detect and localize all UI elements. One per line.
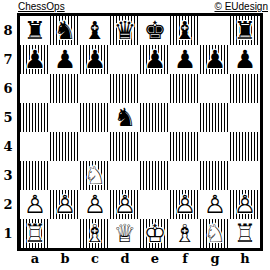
black-pawn-b7[interactable]: ♟ (50, 45, 80, 74)
file-label-e: e (140, 251, 170, 266)
square-f1[interactable]: ♝♗ (170, 219, 200, 248)
square-b8[interactable]: ♞ (50, 16, 80, 45)
square-d2[interactable]: ♟♙ (110, 190, 140, 219)
rank-label-6: 6 (0, 74, 16, 103)
square-e4[interactable] (140, 132, 170, 161)
square-f6[interactable] (170, 74, 200, 103)
square-g5[interactable] (200, 103, 230, 132)
file-label-a: a (20, 251, 50, 266)
square-a2[interactable]: ♟♙ (20, 190, 50, 219)
square-c8[interactable]: ♝ (80, 16, 110, 45)
square-e6[interactable] (140, 74, 170, 103)
square-a4[interactable] (20, 132, 50, 161)
black-pawn-g7[interactable]: ♟ (200, 45, 230, 74)
white-queen-d1[interactable]: ♛♕ (110, 219, 140, 248)
black-bishop-c8[interactable]: ♝ (80, 16, 110, 45)
square-f4[interactable] (170, 132, 200, 161)
file-label-f: f (170, 251, 200, 266)
white-pawn-f2[interactable]: ♟♙ (170, 190, 200, 219)
white-piece-outline: ♖ (20, 219, 50, 248)
white-piece-outline: ♙ (20, 190, 50, 219)
file-labels: abcdefgh (20, 251, 260, 266)
square-a5[interactable] (20, 103, 50, 132)
black-pawn-f7[interactable]: ♟ (170, 45, 200, 74)
square-b4[interactable] (50, 132, 80, 161)
black-rook-a8[interactable]: ♜ (20, 16, 50, 45)
black-knight-d5[interactable]: ♞ (110, 103, 140, 132)
square-e3[interactable] (140, 161, 170, 190)
square-h8[interactable]: ♜ (230, 16, 260, 45)
white-piece-outline: ♙ (230, 190, 260, 219)
square-a3[interactable] (20, 161, 50, 190)
square-f2[interactable]: ♟♙ (170, 190, 200, 219)
square-f5[interactable] (170, 103, 200, 132)
rank-label-4: 4 (0, 132, 16, 161)
square-h2[interactable]: ♟♙ (230, 190, 260, 219)
white-piece-outline: ♗ (80, 219, 110, 248)
chessops-window: ChessOps © EUdesign 87654321 ♜♞♝♛♚♝♜♟♟♟♟… (0, 0, 270, 270)
white-pawn-d2[interactable]: ♟♙ (110, 190, 140, 219)
black-rook-h8[interactable]: ♜ (230, 16, 260, 45)
black-knight-b8[interactable]: ♞ (50, 16, 80, 45)
white-piece-outline: ♙ (110, 190, 140, 219)
white-bishop-f1[interactable]: ♝♗ (170, 219, 200, 248)
file-label-d: d (110, 251, 140, 266)
white-piece-outline: ♙ (50, 190, 80, 219)
rank-label-3: 3 (0, 161, 16, 190)
square-d7[interactable] (110, 45, 140, 74)
rank-label-8: 8 (0, 16, 16, 45)
square-g1[interactable]: ♞♘ (200, 219, 230, 248)
square-a1[interactable]: ♜♖ (20, 219, 50, 248)
square-d1[interactable]: ♛♕ (110, 219, 140, 248)
file-label-g: g (200, 251, 230, 266)
square-c3[interactable]: ♞♘ (80, 161, 110, 190)
square-g4[interactable] (200, 132, 230, 161)
black-pawn-a7[interactable]: ♟ (20, 45, 50, 74)
app-title-link[interactable]: ChessOps (18, 1, 65, 12)
square-d3[interactable] (110, 161, 140, 190)
square-b7[interactable]: ♟ (50, 45, 80, 74)
square-e8[interactable]: ♚ (140, 16, 170, 45)
square-d4[interactable] (110, 132, 140, 161)
white-bishop-c1[interactable]: ♝♗ (80, 219, 110, 248)
black-pawn-h7[interactable]: ♟ (230, 45, 260, 74)
white-piece-outline: ♕ (110, 219, 140, 248)
square-e7[interactable]: ♟ (140, 45, 170, 74)
chess-board: ♜♞♝♛♚♝♜♟♟♟♟♟♟♟♞♞♘♟♙♟♙♟♙♟♙♟♙♟♙♟♙♜♖♝♗♛♕♚♔♝… (17, 13, 263, 251)
file-label-h: h (230, 251, 260, 266)
white-piece-outline: ♙ (80, 190, 110, 219)
rank-labels: 87654321 (0, 16, 16, 248)
rank-label-2: 2 (0, 190, 16, 219)
black-bishop-f8[interactable]: ♝ (170, 16, 200, 45)
white-king-e1[interactable]: ♚♔ (140, 219, 170, 248)
square-f8[interactable]: ♝ (170, 16, 200, 45)
white-piece-outline: ♙ (200, 190, 230, 219)
white-pawn-g2[interactable]: ♟♙ (200, 190, 230, 219)
white-rook-h1[interactable]: ♜♖ (230, 219, 260, 248)
square-e1[interactable]: ♚♔ (140, 219, 170, 248)
white-pawn-a2[interactable]: ♟♙ (20, 190, 50, 219)
square-b3[interactable] (50, 161, 80, 190)
square-f3[interactable] (170, 161, 200, 190)
square-a6[interactable] (20, 74, 50, 103)
square-g3[interactable] (200, 161, 230, 190)
square-g6[interactable] (200, 74, 230, 103)
square-f7[interactable]: ♟ (170, 45, 200, 74)
white-piece-outline: ♙ (170, 190, 200, 219)
rank-label-1: 1 (0, 219, 16, 248)
square-d5[interactable]: ♞ (110, 103, 140, 132)
square-h1[interactable]: ♜♖ (230, 219, 260, 248)
square-c5[interactable] (80, 103, 110, 132)
square-b6[interactable] (50, 74, 80, 103)
square-b2[interactable]: ♟♙ (50, 190, 80, 219)
square-c7[interactable]: ♟ (80, 45, 110, 74)
file-label-c: c (80, 251, 110, 266)
square-a8[interactable]: ♜ (20, 16, 50, 45)
rank-label-5: 5 (0, 103, 16, 132)
square-h5[interactable] (230, 103, 260, 132)
square-g2[interactable]: ♟♙ (200, 190, 230, 219)
square-h6[interactable] (230, 74, 260, 103)
rank-label-7: 7 (0, 45, 16, 74)
white-piece-outline: ♔ (140, 219, 170, 248)
white-piece-outline: ♘ (80, 161, 110, 190)
square-b1[interactable] (50, 219, 80, 248)
square-a7[interactable]: ♟ (20, 45, 50, 74)
white-knight-g1[interactable]: ♞♘ (200, 219, 230, 248)
square-c1[interactable]: ♝♗ (80, 219, 110, 248)
square-h3[interactable] (230, 161, 260, 190)
copyright-link[interactable]: © EUdesign (214, 1, 268, 12)
white-rook-a1[interactable]: ♜♖ (20, 219, 50, 248)
black-king-e8[interactable]: ♚ (140, 16, 170, 45)
white-knight-c3[interactable]: ♞♘ (80, 161, 110, 190)
white-piece-outline: ♘ (200, 219, 230, 248)
white-pawn-c2[interactable]: ♟♙ (80, 190, 110, 219)
white-piece-outline: ♗ (170, 219, 200, 248)
square-e5[interactable] (140, 103, 170, 132)
white-pawn-b2[interactable]: ♟♙ (50, 190, 80, 219)
file-label-b: b (50, 251, 80, 266)
square-d6[interactable] (110, 74, 140, 103)
square-h7[interactable]: ♟ (230, 45, 260, 74)
square-g8[interactable] (200, 16, 230, 45)
square-c4[interactable] (80, 132, 110, 161)
square-h4[interactable] (230, 132, 260, 161)
white-pawn-h2[interactable]: ♟♙ (230, 190, 260, 219)
square-d8[interactable]: ♛ (110, 16, 140, 45)
black-pawn-c7[interactable]: ♟ (80, 45, 110, 74)
black-queen-d8[interactable]: ♛ (110, 16, 140, 45)
square-e2[interactable] (140, 190, 170, 219)
square-c6[interactable] (80, 74, 110, 103)
black-pawn-e7[interactable]: ♟ (140, 45, 170, 74)
square-g7[interactable]: ♟ (200, 45, 230, 74)
white-piece-outline: ♖ (230, 219, 260, 248)
square-c2[interactable]: ♟♙ (80, 190, 110, 219)
square-b5[interactable] (50, 103, 80, 132)
